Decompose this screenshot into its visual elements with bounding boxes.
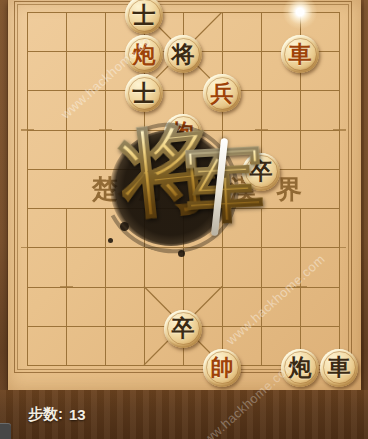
piece-glyph: 兵: [211, 78, 234, 109]
piece-glyph: 卒: [250, 156, 273, 187]
status-bar: 步数: 13: [0, 390, 368, 439]
grid-line: [105, 12, 106, 169]
piece-black-soldier[interactable]: 卒: [164, 310, 202, 348]
piece-red-general[interactable]: 帥: [203, 349, 241, 387]
steps-label: 步数:: [28, 405, 63, 424]
piece-red-cannon[interactable]: 炮: [164, 114, 202, 152]
position-marker: [255, 123, 268, 136]
grid-line: [339, 12, 340, 365]
grid-line: [261, 12, 262, 169]
piece-glyph: 車: [289, 39, 312, 70]
position-marker: [99, 241, 112, 254]
move-counter: 步数: 13: [28, 390, 86, 439]
position-marker: [21, 241, 34, 254]
piece-black-cannon[interactable]: 炮: [281, 349, 319, 387]
piece-black-advisor[interactable]: 士: [125, 74, 163, 112]
piece-red-chariot[interactable]: 車: [281, 35, 319, 73]
piece-black-general[interactable]: 将: [164, 35, 202, 73]
position-marker: [294, 84, 307, 97]
piece-glyph: 士: [133, 78, 156, 109]
grid-line: [144, 208, 145, 365]
steps-value: 13: [69, 406, 86, 423]
piece-glyph: 帥: [211, 352, 234, 383]
position-marker: [21, 123, 34, 136]
position-marker: [60, 84, 73, 97]
grid-line: [27, 169, 339, 170]
xiangqi-board[interactable]: 士炮将車士兵炮卒卒帥炮車 楚河 漢界 将 军: [8, 0, 361, 390]
corner-tab: [0, 423, 11, 439]
position-marker: [177, 241, 190, 254]
piece-black-advisor[interactable]: 士: [125, 0, 163, 34]
position-marker: [99, 123, 112, 136]
piece-glyph: 炮: [172, 117, 195, 148]
piece-glyph: 炮: [133, 39, 156, 70]
piece-red-soldier[interactable]: 兵: [203, 74, 241, 112]
piece-glyph: 将: [172, 39, 195, 70]
piece-glyph: 士: [133, 0, 156, 31]
piece-black-soldier[interactable]: 卒: [242, 153, 280, 191]
piece-glyph: 車: [328, 352, 351, 383]
river-label-left: 楚河: [92, 172, 184, 207]
position-marker: [294, 280, 307, 293]
position-marker: [60, 280, 73, 293]
position-marker: [255, 241, 268, 254]
piece-glyph: 卒: [172, 313, 195, 344]
grid-line: [261, 208, 262, 365]
piece-red-cannon[interactable]: 炮: [125, 35, 163, 73]
grid-line: [105, 208, 106, 365]
grid-line: [27, 12, 28, 365]
position-marker: [333, 241, 346, 254]
position-marker: [333, 123, 346, 136]
grid-line: [222, 208, 223, 365]
piece-black-chariot[interactable]: 車: [320, 349, 358, 387]
piece-glyph: 炮: [289, 352, 312, 383]
game-screen: 士炮将車士兵炮卒卒帥炮車 楚河 漢界 将 军 步数: 13 www.hackho…: [0, 0, 368, 439]
